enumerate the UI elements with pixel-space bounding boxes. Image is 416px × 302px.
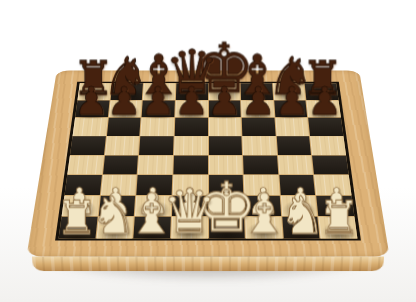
square-d7[interactable]: ♟ <box>175 100 207 117</box>
square-c6[interactable] <box>141 118 175 136</box>
square-b5[interactable] <box>105 136 140 154</box>
square-f1[interactable]: ♝ <box>245 217 282 239</box>
square-f6[interactable] <box>242 118 276 136</box>
square-b6[interactable] <box>107 118 141 136</box>
square-a4[interactable] <box>67 155 103 174</box>
square-a6[interactable] <box>73 118 108 136</box>
square-a5[interactable] <box>70 136 106 154</box>
piece-black-pawn-d7[interactable]: ♟ <box>174 82 209 119</box>
square-d1[interactable]: ♛ <box>171 217 207 239</box>
photo-stage: ♜♞♝♛♚♝♞♜♟♟♟♟♟♟♟♟♟♟♟♟♟♟♟♟♜♞♝♛♚♝♞♜ <box>0 0 416 302</box>
piece-black-pawn-g7[interactable]: ♟ <box>274 82 309 119</box>
square-h1[interactable]: ♜ <box>319 217 358 239</box>
square-b7[interactable]: ♟ <box>108 100 142 117</box>
square-d6[interactable] <box>175 118 208 136</box>
square-c7[interactable]: ♟ <box>142 100 175 117</box>
piece-black-pawn-f7[interactable]: ♟ <box>241 82 276 119</box>
square-g5[interactable] <box>276 136 311 154</box>
square-h4[interactable] <box>312 155 348 174</box>
square-h7[interactable]: ♟ <box>307 100 341 117</box>
square-g6[interactable] <box>275 118 309 136</box>
piece-white-bishop-f1[interactable]: ♝ <box>240 188 290 241</box>
square-g7[interactable]: ♟ <box>274 100 308 117</box>
piece-black-pawn-b7[interactable]: ♟ <box>107 82 142 119</box>
square-f5[interactable] <box>242 136 276 154</box>
square-c1[interactable]: ♝ <box>134 217 171 239</box>
square-e7[interactable]: ♟ <box>208 100 240 117</box>
board-front-edge <box>32 257 384 272</box>
square-d5[interactable] <box>174 136 208 154</box>
square-h5[interactable] <box>310 136 346 154</box>
piece-white-bishop-c1[interactable]: ♝ <box>127 188 177 241</box>
piece-black-pawn-c7[interactable]: ♟ <box>141 82 176 119</box>
piece-black-pawn-e7[interactable]: ♟ <box>207 82 242 119</box>
square-g4[interactable] <box>278 155 314 174</box>
board-grid: ♜♞♝♛♚♝♞♜♟♟♟♟♟♟♟♟♟♟♟♟♟♟♟♟♜♞♝♛♚♝♞♜ <box>55 82 361 241</box>
square-h6[interactable] <box>309 118 344 136</box>
square-c5[interactable] <box>139 136 173 154</box>
square-e6[interactable] <box>208 118 241 136</box>
square-b4[interactable] <box>103 155 139 174</box>
piece-black-pawn-a7[interactable]: ♟ <box>74 82 109 119</box>
piece-black-pawn-h7[interactable]: ♟ <box>308 82 343 119</box>
piece-white-rook-a1[interactable]: ♜ <box>56 196 98 240</box>
square-f7[interactable]: ♟ <box>241 100 274 117</box>
square-a7[interactable]: ♟ <box>75 100 109 117</box>
board-wood-frame: ♜♞♝♛♚♝♞♜♟♟♟♟♟♟♟♟♟♟♟♟♟♟♟♟♜♞♝♛♚♝♞♜ <box>26 70 389 256</box>
square-e5[interactable] <box>208 136 242 154</box>
square-a1[interactable]: ♜ <box>59 217 98 239</box>
piece-white-rook-h1[interactable]: ♜ <box>319 196 361 240</box>
chess-board: ♜♞♝♛♚♝♞♜♟♟♟♟♟♟♟♟♟♟♟♟♟♟♟♟♜♞♝♛♚♝♞♜ <box>26 70 389 256</box>
square-c4[interactable] <box>138 155 173 174</box>
